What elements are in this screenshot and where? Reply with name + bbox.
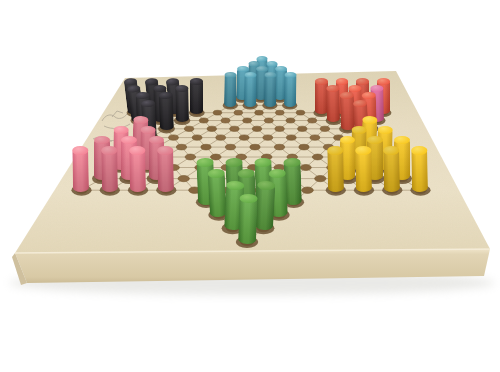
board-hole[interactable] <box>255 110 264 115</box>
peg-teal[interactable] <box>264 75 277 107</box>
board-hole[interactable] <box>296 110 305 115</box>
peg-top-face <box>394 136 410 144</box>
peg-yellow[interactable] <box>412 150 429 192</box>
board-hole[interactable] <box>176 144 186 150</box>
board-hole[interactable] <box>274 144 284 150</box>
peg-top-face <box>327 146 343 155</box>
board-hole[interactable] <box>234 110 243 115</box>
peg-top-face <box>101 146 117 155</box>
peg-top-face <box>378 126 394 134</box>
peg-teal[interactable] <box>224 75 237 107</box>
peg-top-face <box>140 126 156 134</box>
board-hole[interactable] <box>299 144 309 150</box>
board-hole[interactable] <box>221 118 230 123</box>
peg-red[interactable] <box>327 88 341 123</box>
peg-green[interactable] <box>255 185 275 231</box>
peg-yellow[interactable] <box>383 150 400 192</box>
peg-top-face <box>353 99 367 107</box>
peg-pink[interactable] <box>129 150 146 192</box>
board-hole[interactable] <box>239 135 249 140</box>
peg-top-face <box>257 181 275 191</box>
peg-top-face <box>340 136 356 144</box>
peg-pink[interactable] <box>157 150 174 192</box>
board-hole[interactable] <box>225 144 235 150</box>
peg-top-face <box>315 78 328 85</box>
product-photo-stage <box>0 0 500 372</box>
peg-top-face <box>175 84 188 91</box>
peg-top-face <box>284 72 296 79</box>
peg-top-face <box>268 169 286 179</box>
board-hole[interactable] <box>185 154 196 160</box>
board-hole[interactable] <box>263 135 273 140</box>
peg-top-face <box>153 84 166 91</box>
board-hole[interactable] <box>298 126 307 131</box>
peg-top-face <box>136 91 150 99</box>
peg-top-face <box>255 157 272 166</box>
peg-top-face <box>362 91 376 99</box>
board-hole[interactable] <box>216 135 226 140</box>
peg-top-face <box>275 66 287 73</box>
peg-top-face <box>339 91 353 99</box>
peg-top-face <box>208 169 226 179</box>
board-hole[interactable] <box>178 176 189 182</box>
peg-top-face <box>239 194 257 204</box>
peg-top-face <box>356 78 369 85</box>
peg-top-face <box>165 77 179 85</box>
board-hole[interactable] <box>192 135 202 140</box>
peg-black[interactable] <box>158 95 173 131</box>
board-hole[interactable] <box>230 126 239 131</box>
board-hole[interactable] <box>169 135 179 140</box>
peg-top-face <box>383 146 399 155</box>
board-hole[interactable] <box>276 110 285 115</box>
board-hole[interactable] <box>312 154 323 160</box>
peg-top-face <box>145 77 159 85</box>
peg-top-face <box>264 72 276 79</box>
peg-yellow[interactable] <box>355 150 372 192</box>
peg-top-face <box>149 136 165 144</box>
peg-black[interactable] <box>175 88 189 123</box>
peg-top-face <box>226 181 244 191</box>
peg-top-face <box>94 136 110 144</box>
board-hole[interactable] <box>201 144 211 150</box>
board-hole[interactable] <box>315 176 326 182</box>
peg-top-face <box>355 146 371 155</box>
peg-top-face <box>129 146 145 155</box>
peg-top-face <box>133 116 148 124</box>
board-hole[interactable] <box>184 126 193 131</box>
peg-top-face <box>158 91 172 99</box>
peg-top-face <box>225 157 242 166</box>
peg-top-face <box>190 78 203 85</box>
peg-red[interactable] <box>339 95 354 131</box>
peg-top-face <box>121 136 137 144</box>
board-hole[interactable] <box>264 118 273 123</box>
board-hole[interactable] <box>320 126 329 131</box>
peg-top-face <box>351 126 367 134</box>
peg-top-face <box>225 72 237 79</box>
peg-yellow[interactable] <box>327 150 344 192</box>
peg-top-face <box>141 99 155 107</box>
peg-top-face <box>73 146 89 155</box>
peg-top-face <box>114 126 130 134</box>
peg-top-face <box>327 84 340 91</box>
peg-top-face <box>284 157 301 166</box>
board-hole[interactable] <box>310 135 320 140</box>
board-hole[interactable] <box>302 187 314 193</box>
board-hole[interactable] <box>243 118 252 123</box>
board-hole[interactable] <box>250 144 260 150</box>
peg-top-face <box>157 146 173 155</box>
peg-teal[interactable] <box>244 75 257 107</box>
peg-top-face <box>377 78 390 85</box>
peg-teal[interactable] <box>284 75 297 107</box>
peg-top-face <box>362 116 377 124</box>
peg-top-face <box>196 157 213 166</box>
peg-top-face <box>370 84 383 91</box>
board-hole[interactable] <box>275 126 284 131</box>
board-hole[interactable] <box>207 126 216 131</box>
peg-top-face <box>244 72 256 79</box>
board-hole[interactable] <box>300 165 311 171</box>
board-hole[interactable] <box>252 126 261 131</box>
peg-black[interactable] <box>190 81 203 114</box>
peg-top-face <box>412 146 428 155</box>
board-hole[interactable] <box>286 135 296 140</box>
peg-top-face <box>336 78 349 85</box>
board-hole[interactable] <box>286 118 295 123</box>
peg-top-face <box>367 136 383 144</box>
board-hole[interactable] <box>199 118 208 123</box>
peg-green[interactable] <box>238 198 258 245</box>
peg-top-face <box>348 84 361 91</box>
peg-top-face <box>238 169 256 179</box>
board-hole[interactable] <box>308 118 317 123</box>
peg-pink[interactable] <box>73 150 90 192</box>
board-hole[interactable] <box>213 110 222 115</box>
peg-pink[interactable] <box>101 150 118 192</box>
